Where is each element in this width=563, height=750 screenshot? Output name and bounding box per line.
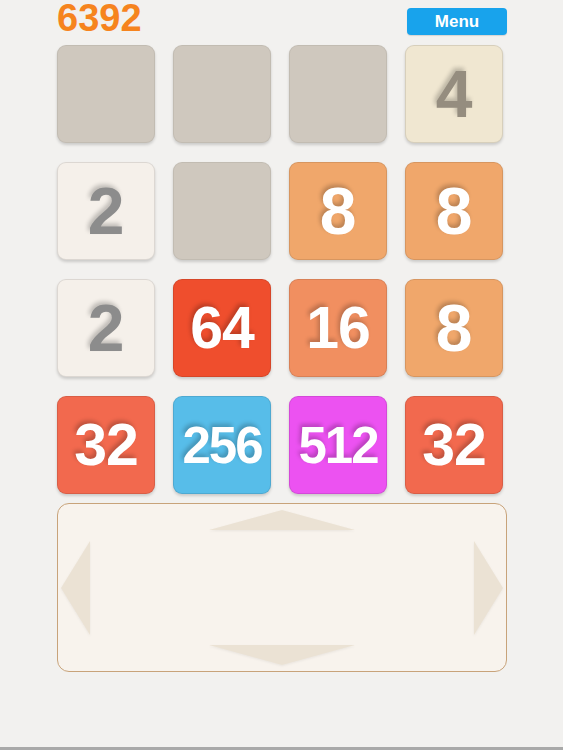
swipe-up-arrow-icon[interactable] xyxy=(209,510,355,530)
board-grid[interactable]: 42882641683225651232 xyxy=(57,45,503,494)
tile-256: 256 xyxy=(173,396,271,494)
empty-cell xyxy=(57,45,155,143)
tile-32: 32 xyxy=(405,396,503,494)
empty-cell xyxy=(173,45,271,143)
tile-16: 16 xyxy=(289,279,387,377)
tile-512: 512 xyxy=(289,396,387,494)
swipe-left-arrow-icon[interactable] xyxy=(61,541,90,635)
tile-32: 32 xyxy=(57,396,155,494)
swipe-down-arrow-icon[interactable] xyxy=(209,645,355,665)
score-display: 6392 xyxy=(57,0,142,40)
tile-8: 8 xyxy=(405,162,503,260)
swipe-right-arrow-icon[interactable] xyxy=(474,541,503,635)
tile-2: 2 xyxy=(57,279,155,377)
tile-8: 8 xyxy=(405,279,503,377)
tile-4: 4 xyxy=(405,45,503,143)
empty-cell xyxy=(173,162,271,260)
menu-button-label: Menu xyxy=(435,12,479,32)
tile-8: 8 xyxy=(289,162,387,260)
swipe-pad[interactable] xyxy=(57,503,507,672)
menu-button[interactable]: Menu xyxy=(407,8,507,35)
empty-cell xyxy=(289,45,387,143)
tile-64: 64 xyxy=(173,279,271,377)
tile-2: 2 xyxy=(57,162,155,260)
